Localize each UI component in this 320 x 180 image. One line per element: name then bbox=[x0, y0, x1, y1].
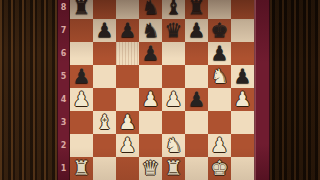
square-h7[interactable] bbox=[231, 19, 254, 42]
piece-black-pawn-a5[interactable]: ♟ bbox=[73, 65, 91, 88]
piece-white-pawn-g2[interactable]: ♟ bbox=[211, 134, 229, 157]
piece-white-pawn-e4[interactable]: ♟ bbox=[165, 88, 183, 111]
square-g2[interactable]: ♟ bbox=[208, 134, 231, 157]
square-a1[interactable]: ♜ bbox=[70, 157, 93, 180]
square-f6[interactable] bbox=[185, 42, 208, 65]
piece-white-pawn-h4[interactable]: ♟ bbox=[234, 88, 252, 111]
rank-label-6: 6 bbox=[57, 42, 70, 65]
square-d6[interactable]: ♟ bbox=[139, 42, 162, 65]
square-b3[interactable]: ♝ bbox=[93, 111, 116, 134]
square-c3[interactable]: ♟ bbox=[116, 111, 139, 134]
square-c4[interactable] bbox=[116, 88, 139, 111]
piece-black-pawn-h5[interactable]: ♟ bbox=[234, 65, 252, 88]
square-e1[interactable]: ♜ bbox=[162, 157, 185, 180]
square-b7[interactable]: ♟ bbox=[93, 19, 116, 42]
square-c1[interactable] bbox=[116, 157, 139, 180]
square-a5[interactable]: ♟ bbox=[70, 65, 93, 88]
square-h3[interactable] bbox=[231, 111, 254, 134]
square-h4[interactable]: ♟ bbox=[231, 88, 254, 111]
rank-label-7: 7 bbox=[57, 19, 70, 42]
square-g1[interactable]: ♚ bbox=[208, 157, 231, 180]
piece-white-rook-e1[interactable]: ♜ bbox=[165, 157, 183, 180]
piece-white-bishop-b3[interactable]: ♝ bbox=[96, 111, 114, 134]
rank-label-8: 8 bbox=[57, 0, 70, 19]
square-b1[interactable] bbox=[93, 157, 116, 180]
square-a4[interactable]: ♟ bbox=[70, 88, 93, 111]
square-g8[interactable] bbox=[208, 0, 231, 19]
piece-white-knight-e2[interactable]: ♞ bbox=[165, 134, 183, 157]
square-f2[interactable] bbox=[185, 134, 208, 157]
square-a7[interactable] bbox=[70, 19, 93, 42]
piece-white-rook-a1[interactable]: ♜ bbox=[73, 157, 91, 180]
rank-labels: 87654321 bbox=[57, 0, 70, 180]
square-f4[interactable]: ♟ bbox=[185, 88, 208, 111]
square-e2[interactable]: ♞ bbox=[162, 134, 185, 157]
piece-black-rook-f8[interactable]: ♜ bbox=[188, 0, 206, 19]
frame-edge-highlight-icon bbox=[254, 0, 256, 180]
piece-black-pawn-b7[interactable]: ♟ bbox=[96, 19, 114, 42]
square-a6[interactable] bbox=[70, 42, 93, 65]
app-window: 87654321 ♜♞♝♜♟♟♞♛♟♚♟♟♟♞♟♟♟♟♟♟♝♟♟♞♟♜♛♜♚ bbox=[0, 0, 320, 180]
square-e8[interactable]: ♝ bbox=[162, 0, 185, 19]
square-c8[interactable] bbox=[116, 0, 139, 19]
square-g3[interactable] bbox=[208, 111, 231, 134]
piece-black-knight-d8[interactable]: ♞ bbox=[142, 0, 160, 19]
square-b5[interactable] bbox=[93, 65, 116, 88]
square-b6[interactable] bbox=[93, 42, 116, 65]
square-b4[interactable] bbox=[93, 88, 116, 111]
square-e7[interactable]: ♛ bbox=[162, 19, 185, 42]
square-a3[interactable] bbox=[70, 111, 93, 134]
square-d5[interactable] bbox=[139, 65, 162, 88]
piece-black-queen-e7[interactable]: ♛ bbox=[165, 19, 183, 42]
rank-label-4: 4 bbox=[57, 88, 70, 111]
square-d1[interactable]: ♛ bbox=[139, 157, 162, 180]
square-e4[interactable]: ♟ bbox=[162, 88, 185, 111]
piece-black-pawn-c7[interactable]: ♟ bbox=[119, 19, 137, 42]
square-d3[interactable] bbox=[139, 111, 162, 134]
rank-label-5: 5 bbox=[57, 65, 70, 88]
square-d2[interactable] bbox=[139, 134, 162, 157]
square-g4[interactable] bbox=[208, 88, 231, 111]
piece-white-knight-g5[interactable]: ♞ bbox=[211, 65, 229, 88]
piece-black-pawn-g6[interactable]: ♟ bbox=[211, 42, 229, 65]
piece-white-pawn-d4[interactable]: ♟ bbox=[142, 88, 160, 111]
square-d7[interactable]: ♞ bbox=[139, 19, 162, 42]
square-h5[interactable]: ♟ bbox=[231, 65, 254, 88]
square-c7[interactable]: ♟ bbox=[116, 19, 139, 42]
board-frame: 87654321 ♜♞♝♜♟♟♞♛♟♚♟♟♟♞♟♟♟♟♟♟♝♟♟♞♟♜♛♜♚ bbox=[57, 0, 270, 180]
square-f8[interactable]: ♜ bbox=[185, 0, 208, 19]
piece-black-pawn-f7[interactable]: ♟ bbox=[188, 19, 206, 42]
wood-background-left bbox=[0, 0, 57, 180]
square-h1[interactable] bbox=[231, 157, 254, 180]
rank-label-1: 1 bbox=[57, 157, 70, 180]
square-g5[interactable]: ♞ bbox=[208, 65, 231, 88]
piece-black-bishop-e8[interactable]: ♝ bbox=[165, 0, 183, 19]
square-d4[interactable]: ♟ bbox=[139, 88, 162, 111]
wood-background-right bbox=[270, 0, 320, 180]
piece-black-knight-d7[interactable]: ♞ bbox=[142, 19, 160, 42]
piece-white-king-g1[interactable]: ♚ bbox=[211, 157, 229, 180]
square-a8[interactable]: ♜ bbox=[70, 0, 93, 19]
square-f7[interactable]: ♟ bbox=[185, 19, 208, 42]
piece-white-pawn-c3[interactable]: ♟ bbox=[119, 111, 137, 134]
square-g7[interactable]: ♚ bbox=[208, 19, 231, 42]
piece-white-pawn-c2[interactable]: ♟ bbox=[119, 134, 137, 157]
piece-black-pawn-d6[interactable]: ♟ bbox=[142, 42, 160, 65]
square-e5[interactable] bbox=[162, 65, 185, 88]
rank-label-2: 2 bbox=[57, 134, 70, 157]
square-a2[interactable] bbox=[70, 134, 93, 157]
piece-white-pawn-a4[interactable]: ♟ bbox=[73, 88, 91, 111]
square-c2[interactable]: ♟ bbox=[116, 134, 139, 157]
square-b8[interactable] bbox=[93, 0, 116, 19]
piece-black-rook-a8[interactable]: ♜ bbox=[73, 0, 91, 19]
square-e6[interactable] bbox=[162, 42, 185, 65]
square-f3[interactable] bbox=[185, 111, 208, 134]
square-h8[interactable] bbox=[231, 0, 254, 19]
square-g6[interactable]: ♟ bbox=[208, 42, 231, 65]
square-h2[interactable] bbox=[231, 134, 254, 157]
piece-black-king-g7[interactable]: ♚ bbox=[211, 19, 229, 42]
square-h6[interactable] bbox=[231, 42, 254, 65]
square-f1[interactable] bbox=[185, 157, 208, 180]
chess-board[interactable]: ♜♞♝♜♟♟♞♛♟♚♟♟♟♞♟♟♟♟♟♟♝♟♟♞♟♜♛♜♚ bbox=[70, 0, 254, 180]
piece-white-queen-d1[interactable]: ♛ bbox=[142, 157, 160, 180]
square-c6[interactable] bbox=[116, 42, 139, 65]
rank-label-3: 3 bbox=[57, 111, 70, 134]
square-f5[interactable] bbox=[185, 65, 208, 88]
square-b2[interactable] bbox=[93, 134, 116, 157]
piece-black-pawn-f4[interactable]: ♟ bbox=[188, 88, 206, 111]
square-e3[interactable] bbox=[162, 111, 185, 134]
square-d8[interactable]: ♞ bbox=[139, 0, 162, 19]
square-c5[interactable] bbox=[116, 65, 139, 88]
